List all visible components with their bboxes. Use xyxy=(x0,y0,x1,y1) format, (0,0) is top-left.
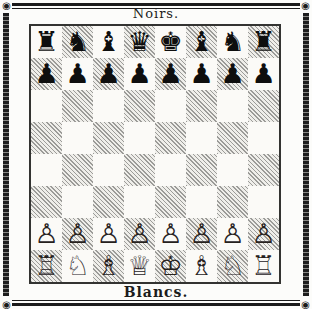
square-f1: ♗ xyxy=(186,250,217,282)
square-d2: ♙ xyxy=(124,218,155,250)
piece-black-rook: ♜ xyxy=(248,26,279,58)
square-b3 xyxy=(62,186,93,218)
piece-white-pawn: ♙ xyxy=(62,218,93,250)
square-a7: ♟ xyxy=(31,58,62,90)
square-c8: ♝ xyxy=(93,26,124,58)
piece-white-knight: ♘ xyxy=(62,250,93,282)
black-side-label: Noirs. xyxy=(0,6,312,22)
piece-white-pawn: ♙ xyxy=(248,218,279,250)
square-e4 xyxy=(155,154,186,186)
piece-white-king: ♔ xyxy=(155,250,186,282)
square-b5 xyxy=(62,122,93,154)
piece-black-pawn: ♟ xyxy=(248,58,279,90)
piece-black-king: ♚ xyxy=(155,26,186,58)
piece-black-pawn: ♟ xyxy=(124,58,155,90)
square-g6 xyxy=(217,90,248,122)
chess-diagram-page: ◉ ◉ ◉ ◉ Noirs. ♜♞♝♛♚♝♞♜♟♟♟♟♟♟♟♟♙♙♙♙♙♙♙♙♖… xyxy=(0,0,312,309)
square-h2: ♙ xyxy=(248,218,279,250)
piece-black-pawn: ♟ xyxy=(155,58,186,90)
square-f7: ♟ xyxy=(186,58,217,90)
square-g2: ♙ xyxy=(217,218,248,250)
square-b2: ♙ xyxy=(62,218,93,250)
white-side-label: Blancs. xyxy=(0,285,312,301)
square-e2: ♙ xyxy=(155,218,186,250)
square-d8: ♛ xyxy=(124,26,155,58)
piece-black-knight: ♞ xyxy=(217,26,248,58)
square-a4 xyxy=(31,154,62,186)
frame-left-bar xyxy=(3,13,9,296)
piece-black-pawn: ♟ xyxy=(93,58,124,90)
square-h8: ♜ xyxy=(248,26,279,58)
square-a1: ♖ xyxy=(31,250,62,282)
square-e5 xyxy=(155,122,186,154)
square-h5 xyxy=(248,122,279,154)
piece-black-bishop: ♝ xyxy=(186,26,217,58)
square-f6 xyxy=(186,90,217,122)
square-h1: ♖ xyxy=(248,250,279,282)
piece-white-queen: ♕ xyxy=(124,250,155,282)
piece-black-pawn: ♟ xyxy=(186,58,217,90)
square-g7: ♟ xyxy=(217,58,248,90)
square-g5 xyxy=(217,122,248,154)
piece-white-knight: ♘ xyxy=(217,250,248,282)
square-f4 xyxy=(186,154,217,186)
piece-black-pawn: ♟ xyxy=(217,58,248,90)
square-d6 xyxy=(124,90,155,122)
piece-white-pawn: ♙ xyxy=(155,218,186,250)
square-g3 xyxy=(217,186,248,218)
square-b7: ♟ xyxy=(62,58,93,90)
square-c6 xyxy=(93,90,124,122)
piece-white-pawn: ♙ xyxy=(31,218,62,250)
square-c5 xyxy=(93,122,124,154)
piece-black-queen: ♛ xyxy=(124,26,155,58)
piece-black-pawn: ♟ xyxy=(31,58,62,90)
square-h4 xyxy=(248,154,279,186)
square-f3 xyxy=(186,186,217,218)
square-d3 xyxy=(124,186,155,218)
square-h7: ♟ xyxy=(248,58,279,90)
square-c3 xyxy=(93,186,124,218)
square-f8: ♝ xyxy=(186,26,217,58)
piece-white-bishop: ♗ xyxy=(186,250,217,282)
board: ♜♞♝♛♚♝♞♜♟♟♟♟♟♟♟♟♙♙♙♙♙♙♙♙♖♘♗♕♔♗♘♖ xyxy=(29,24,281,284)
piece-black-bishop: ♝ xyxy=(93,26,124,58)
square-c4 xyxy=(93,154,124,186)
square-d7: ♟ xyxy=(124,58,155,90)
square-h6 xyxy=(248,90,279,122)
square-e7: ♟ xyxy=(155,58,186,90)
piece-white-bishop: ♗ xyxy=(93,250,124,282)
piece-black-knight: ♞ xyxy=(62,26,93,58)
piece-black-pawn: ♟ xyxy=(62,58,93,90)
frame-right-bar xyxy=(303,13,309,296)
square-b1: ♘ xyxy=(62,250,93,282)
square-b4 xyxy=(62,154,93,186)
square-f2: ♙ xyxy=(186,218,217,250)
square-g8: ♞ xyxy=(217,26,248,58)
square-d4 xyxy=(124,154,155,186)
square-a5 xyxy=(31,122,62,154)
square-e3 xyxy=(155,186,186,218)
square-a6 xyxy=(31,90,62,122)
square-e1: ♔ xyxy=(155,250,186,282)
piece-white-pawn: ♙ xyxy=(93,218,124,250)
piece-white-rook: ♖ xyxy=(248,250,279,282)
square-c2: ♙ xyxy=(93,218,124,250)
piece-white-pawn: ♙ xyxy=(217,218,248,250)
square-f5 xyxy=(186,122,217,154)
square-a8: ♜ xyxy=(31,26,62,58)
square-a3 xyxy=(31,186,62,218)
square-d5 xyxy=(124,122,155,154)
piece-white-pawn: ♙ xyxy=(124,218,155,250)
square-a2: ♙ xyxy=(31,218,62,250)
square-b8: ♞ xyxy=(62,26,93,58)
square-c7: ♟ xyxy=(93,58,124,90)
square-h3 xyxy=(248,186,279,218)
square-e6 xyxy=(155,90,186,122)
square-g1: ♘ xyxy=(217,250,248,282)
piece-black-rook: ♜ xyxy=(31,26,62,58)
square-c1: ♗ xyxy=(93,250,124,282)
square-e8: ♚ xyxy=(155,26,186,58)
square-g4 xyxy=(217,154,248,186)
piece-white-rook: ♖ xyxy=(31,250,62,282)
square-b6 xyxy=(62,90,93,122)
piece-white-pawn: ♙ xyxy=(186,218,217,250)
square-d1: ♕ xyxy=(124,250,155,282)
